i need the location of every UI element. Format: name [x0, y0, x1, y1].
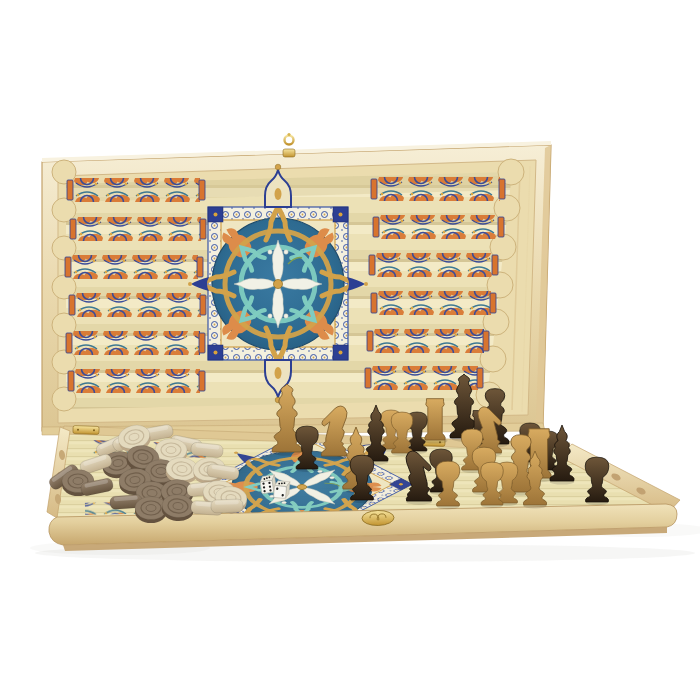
- product-photo-stage: [0, 0, 700, 700]
- lid-ornament-strip: [369, 253, 498, 277]
- lid-ornament-strip: [371, 177, 505, 201]
- lid-ornament-strip: [373, 215, 504, 239]
- lid-ornament-strip: [371, 291, 496, 315]
- lid-ornament-strip: [66, 331, 205, 355]
- game-set-photo: [0, 0, 700, 700]
- lid-ornament-strip: [67, 178, 205, 202]
- die: [273, 481, 289, 499]
- box-lid: [42, 133, 551, 435]
- lid-ornament-strip: [69, 293, 206, 317]
- lid-ornament-strip: [68, 369, 205, 393]
- lid-ornament-strip: [70, 217, 206, 241]
- lid-ornament-strip: [65, 255, 203, 279]
- clasp-hook: [283, 133, 295, 157]
- lid-ornament-strip: [367, 329, 489, 353]
- checker-light: [211, 499, 243, 513]
- hinge-left: [73, 426, 99, 435]
